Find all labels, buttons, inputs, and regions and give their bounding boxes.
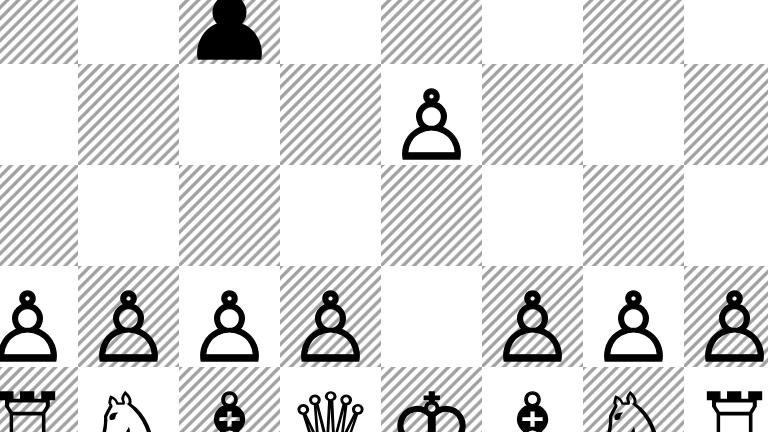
square-d1[interactable]: ♕ — [280, 367, 381, 432]
square-g2[interactable]: ♙ — [583, 266, 684, 367]
square-e2[interactable] — [381, 266, 482, 367]
chess-board: ♜♞♝♛♚♝♞♜♟♟♟♟♟♟♟♟♙♙♙♙♙♙♙♙♖♘♗♕♔♗♘♖ — [0, 0, 768, 432]
black-pawn-c5[interactable]: ♟ — [182, 0, 277, 76]
square-a2[interactable]: ♙ — [0, 266, 78, 367]
white-rook-h1[interactable]: ♖ — [691, 381, 768, 432]
square-b2[interactable]: ♙ — [78, 266, 179, 367]
white-pawn-g2[interactable]: ♙ — [590, 280, 676, 376]
white-king-e1[interactable]: ♔ — [388, 381, 474, 432]
square-d5[interactable] — [280, 0, 381, 64]
square-c2[interactable]: ♙ — [179, 266, 280, 367]
square-h2[interactable]: ♙ — [684, 266, 768, 367]
square-g3[interactable] — [583, 165, 684, 266]
square-g5[interactable] — [583, 0, 684, 64]
square-a4[interactable] — [0, 64, 78, 165]
white-pawn-f2[interactable]: ♙ — [489, 280, 575, 376]
square-a3[interactable] — [0, 165, 78, 266]
square-g1[interactable]: ♘ — [583, 367, 684, 432]
white-pawn-a2[interactable]: ♙ — [0, 280, 71, 376]
white-rook-a1[interactable]: ♖ — [0, 381, 71, 432]
square-a1[interactable]: ♖ — [0, 367, 78, 432]
square-e5[interactable] — [381, 0, 482, 64]
white-queen-d1[interactable]: ♕ — [287, 381, 373, 432]
square-c3[interactable] — [179, 165, 280, 266]
square-b3[interactable] — [78, 165, 179, 266]
white-knight-g1[interactable]: ♘ — [590, 381, 676, 432]
square-h3[interactable] — [684, 165, 768, 266]
white-pawn-d2[interactable]: ♙ — [287, 280, 373, 376]
square-c1[interactable]: ♗ — [179, 367, 280, 432]
square-e1[interactable]: ♔ — [381, 367, 482, 432]
white-pawn-h2[interactable]: ♙ — [691, 280, 768, 376]
board-viewport: ♜♞♝♛♚♝♞♜♟♟♟♟♟♟♟♟♙♙♙♙♙♙♙♙♖♘♗♕♔♗♘♖ — [0, 0, 768, 432]
square-g4[interactable] — [583, 64, 684, 165]
square-f4[interactable] — [482, 64, 583, 165]
square-h1[interactable]: ♖ — [684, 367, 768, 432]
square-d3[interactable] — [280, 165, 381, 266]
square-f1[interactable]: ♗ — [482, 367, 583, 432]
square-d2[interactable]: ♙ — [280, 266, 381, 367]
square-b4[interactable] — [78, 64, 179, 165]
square-h4[interactable] — [684, 64, 768, 165]
square-b1[interactable]: ♘ — [78, 367, 179, 432]
square-d4[interactable] — [280, 64, 381, 165]
white-bishop-f1[interactable]: ♗ — [489, 381, 575, 432]
white-knight-b1[interactable]: ♘ — [85, 381, 171, 432]
white-bishop-c1[interactable]: ♗ — [186, 381, 272, 432]
white-pawn-b2[interactable]: ♙ — [85, 280, 171, 376]
square-f5[interactable] — [482, 0, 583, 64]
square-f3[interactable] — [482, 165, 583, 266]
square-h5[interactable] — [684, 0, 768, 64]
square-e4[interactable]: ♙ — [381, 64, 482, 165]
square-f2[interactable]: ♙ — [482, 266, 583, 367]
white-pawn-c2[interactable]: ♙ — [186, 280, 272, 376]
square-b5[interactable] — [78, 0, 179, 64]
square-c5[interactable]: ♟ — [179, 0, 280, 64]
white-pawn-e4[interactable]: ♙ — [388, 78, 474, 174]
square-a5[interactable] — [0, 0, 78, 64]
